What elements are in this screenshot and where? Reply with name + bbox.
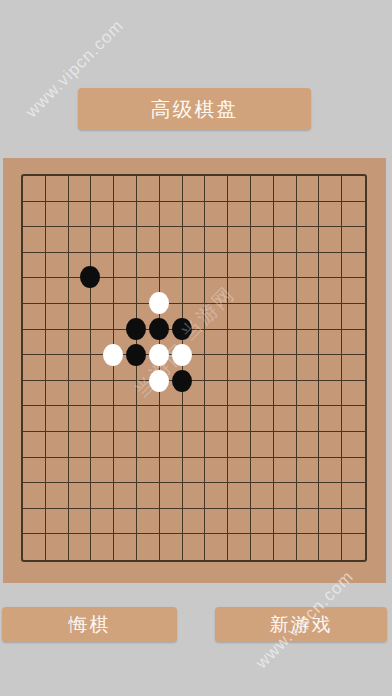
stone-layer xyxy=(21,174,367,562)
board-level-title-button[interactable]: 高级棋盘 xyxy=(78,88,311,130)
white-stone xyxy=(149,292,169,314)
white-stone xyxy=(103,344,123,366)
gomoku-app-screen: { "game": "gomoku (five-in-a-row)", "tit… xyxy=(0,0,392,696)
black-stone xyxy=(149,318,169,340)
black-stone xyxy=(126,318,146,340)
app-container: www.vipcn.com 高级棋盘 当游网 当游网 悔棋 新游戏 www.vi… xyxy=(0,0,392,696)
black-stone xyxy=(126,344,146,366)
white-stone xyxy=(149,344,169,366)
white-stone xyxy=(172,344,192,366)
board-grid-area: 当游网 当游网 xyxy=(21,174,367,562)
black-stone xyxy=(80,266,100,288)
new-game-button[interactable]: 新游戏 xyxy=(215,607,387,642)
white-stone xyxy=(149,370,169,392)
black-stone xyxy=(172,370,192,392)
undo-move-button[interactable]: 悔棋 xyxy=(2,607,177,642)
gomoku-board[interactable]: 当游网 当游网 xyxy=(3,158,386,583)
black-stone xyxy=(172,318,192,340)
